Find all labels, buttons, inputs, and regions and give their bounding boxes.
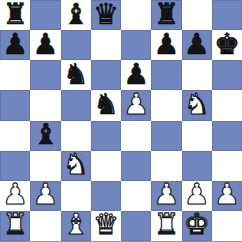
square-e4[interactable]: [121, 121, 151, 151]
square-g3[interactable]: [182, 151, 212, 181]
white-rook-piece[interactable]: ♜: [2, 211, 28, 240]
square-g1[interactable]: ♚: [182, 211, 212, 241]
square-g2[interactable]: ♟: [182, 181, 212, 211]
white-knight-piece[interactable]: ♞: [184, 90, 210, 119]
square-b8[interactable]: [30, 0, 60, 30]
square-d3[interactable]: [91, 151, 121, 181]
black-pawn-piece[interactable]: ♟: [123, 60, 149, 89]
square-a5[interactable]: [0, 90, 30, 120]
square-d8[interactable]: ♛: [91, 0, 121, 30]
square-g7[interactable]: ♟: [182, 30, 212, 60]
chess-board-frame: ♜♝♛♜♟♟♟♟♚♞♟♞♟♞♝♞♟♟♟♟♟♜♝♛♜♚: [0, 0, 242, 242]
square-f8[interactable]: ♜: [151, 0, 181, 30]
square-f3[interactable]: [151, 151, 181, 181]
black-pawn-piece[interactable]: ♟: [153, 30, 179, 59]
square-h5[interactable]: [212, 90, 242, 120]
square-c6[interactable]: ♞: [61, 60, 91, 90]
square-b1[interactable]: [30, 211, 60, 241]
white-queen-piece[interactable]: ♛: [93, 211, 119, 240]
black-rook-piece[interactable]: ♜: [153, 0, 179, 29]
chess-board: ♜♝♛♜♟♟♟♟♚♞♟♞♟♞♝♞♟♟♟♟♟♜♝♛♜♚: [0, 0, 242, 241]
square-c7[interactable]: [61, 30, 91, 60]
square-e7[interactable]: [121, 30, 151, 60]
black-knight-piece[interactable]: ♞: [63, 60, 89, 89]
black-bishop-piece[interactable]: ♝: [32, 121, 58, 150]
square-e2[interactable]: [121, 181, 151, 211]
black-queen-piece[interactable]: ♛: [93, 0, 119, 29]
white-knight-piece[interactable]: ♞: [63, 151, 89, 180]
square-e5[interactable]: ♟: [121, 90, 151, 120]
square-h6[interactable]: [212, 60, 242, 90]
square-d5[interactable]: ♞: [91, 90, 121, 120]
black-knight-piece[interactable]: ♞: [93, 90, 119, 119]
black-rook-piece[interactable]: ♜: [2, 0, 28, 29]
white-pawn-piece[interactable]: ♟: [123, 90, 149, 119]
square-h3[interactable]: [212, 151, 242, 181]
square-g6[interactable]: [182, 60, 212, 90]
square-b5[interactable]: [30, 90, 60, 120]
square-e1[interactable]: [121, 211, 151, 241]
square-d6[interactable]: [91, 60, 121, 90]
square-a7[interactable]: ♟: [0, 30, 30, 60]
square-a4[interactable]: [0, 121, 30, 151]
square-c1[interactable]: ♝: [61, 211, 91, 241]
square-c5[interactable]: [61, 90, 91, 120]
square-f2[interactable]: ♟: [151, 181, 181, 211]
white-pawn-piece[interactable]: ♟: [2, 181, 28, 210]
white-bishop-piece[interactable]: ♝: [63, 211, 89, 240]
square-b4[interactable]: ♝: [30, 121, 60, 151]
square-h8[interactable]: [212, 0, 242, 30]
square-b2[interactable]: ♟: [30, 181, 60, 211]
black-pawn-piece[interactable]: ♟: [32, 30, 58, 59]
square-d1[interactable]: ♛: [91, 211, 121, 241]
white-rook-piece[interactable]: ♜: [153, 211, 179, 240]
square-b3[interactable]: [30, 151, 60, 181]
square-h2[interactable]: ♟: [212, 181, 242, 211]
square-b7[interactable]: ♟: [30, 30, 60, 60]
square-a1[interactable]: ♜: [0, 211, 30, 241]
square-c3[interactable]: ♞: [61, 151, 91, 181]
square-g4[interactable]: [182, 121, 212, 151]
white-pawn-piece[interactable]: ♟: [32, 181, 58, 210]
square-h7[interactable]: ♚: [212, 30, 242, 60]
square-g5[interactable]: ♞: [182, 90, 212, 120]
white-king-piece[interactable]: ♚: [184, 211, 210, 240]
black-pawn-piece[interactable]: ♟: [184, 30, 210, 59]
square-a2[interactable]: ♟: [0, 181, 30, 211]
square-g8[interactable]: [182, 0, 212, 30]
black-pawn-piece[interactable]: ♟: [2, 30, 28, 59]
square-h1[interactable]: [212, 211, 242, 241]
black-bishop-piece[interactable]: ♝: [63, 0, 89, 29]
square-e6[interactable]: ♟: [121, 60, 151, 90]
square-d7[interactable]: [91, 30, 121, 60]
white-pawn-piece[interactable]: ♟: [184, 181, 210, 210]
square-c2[interactable]: [61, 181, 91, 211]
square-f1[interactable]: ♜: [151, 211, 181, 241]
white-pawn-piece[interactable]: ♟: [214, 181, 240, 210]
black-king-piece[interactable]: ♚: [214, 30, 240, 59]
square-c8[interactable]: ♝: [61, 0, 91, 30]
square-a8[interactable]: ♜: [0, 0, 30, 30]
white-pawn-piece[interactable]: ♟: [153, 181, 179, 210]
square-d2[interactable]: [91, 181, 121, 211]
square-a6[interactable]: [0, 60, 30, 90]
square-c4[interactable]: [61, 121, 91, 151]
square-e8[interactable]: [121, 0, 151, 30]
square-f6[interactable]: [151, 60, 181, 90]
square-f7[interactable]: ♟: [151, 30, 181, 60]
square-d4[interactable]: [91, 121, 121, 151]
square-b6[interactable]: [30, 60, 60, 90]
square-e3[interactable]: [121, 151, 151, 181]
square-h4[interactable]: [212, 121, 242, 151]
square-f5[interactable]: [151, 90, 181, 120]
square-f4[interactable]: [151, 121, 181, 151]
square-a3[interactable]: [0, 151, 30, 181]
